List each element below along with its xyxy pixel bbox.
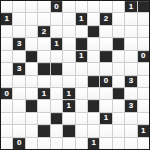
cell-r7-c8[interactable] — [100, 88, 111, 99]
cell-r1-c10[interactable] — [125, 13, 136, 24]
cell-r5-c2[interactable] — [26, 63, 37, 74]
cell-r10-c6[interactable] — [76, 125, 87, 136]
cell-r0-c1[interactable] — [13, 1, 24, 12]
cell-r0-c0[interactable] — [1, 1, 12, 12]
cell-r7-c3[interactable]: 1 — [38, 88, 49, 99]
cell-r4-c8[interactable] — [100, 51, 111, 62]
cell-r3-c9[interactable] — [113, 38, 124, 49]
cell-r11-c7[interactable]: 1 — [88, 138, 99, 149]
cell-r10-c10[interactable] — [125, 125, 136, 136]
cell-r11-c3[interactable] — [38, 138, 49, 149]
cell-r4-c2[interactable] — [26, 51, 37, 62]
cell-r3-c7[interactable] — [88, 38, 99, 49]
cell-r5-c11[interactable] — [138, 63, 149, 74]
cell-r6-c8[interactable]: 0 — [100, 76, 111, 87]
clue-digit: 2 — [42, 28, 46, 36]
cell-r6-c10[interactable]: 3 — [125, 76, 136, 87]
cell-r8-c6[interactable] — [76, 100, 87, 111]
cell-r10-c3[interactable] — [38, 125, 49, 136]
cell-r3-c10[interactable] — [125, 38, 136, 49]
cell-r4-c6[interactable]: 1 — [76, 51, 87, 62]
cell-r6-c0[interactable] — [1, 76, 12, 87]
cell-r7-c11[interactable] — [138, 88, 149, 99]
cell-r1-c4[interactable] — [51, 13, 62, 24]
cell-r9-c2[interactable] — [26, 113, 37, 124]
cell-r0-c6[interactable] — [76, 1, 87, 12]
cell-r3-c6[interactable] — [76, 38, 87, 49]
cell-r7-c5[interactable]: 1 — [63, 88, 74, 99]
cell-r5-c1[interactable]: 3 — [13, 63, 24, 74]
cell-r11-c8[interactable] — [100, 138, 111, 149]
cell-r2-c5[interactable] — [63, 26, 74, 37]
cell-r5-c7[interactable] — [88, 63, 99, 74]
cell-r1-c7[interactable] — [88, 13, 99, 24]
cell-r6-c7[interactable] — [88, 76, 99, 87]
cell-r6-c4[interactable] — [51, 76, 62, 87]
cell-r1-c1[interactable] — [13, 13, 24, 24]
cell-r0-c10[interactable]: 1 — [125, 1, 136, 12]
cell-r8-c7[interactable] — [88, 100, 99, 111]
cell-r8-c8[interactable] — [100, 100, 111, 111]
cell-r6-c1[interactable] — [13, 76, 24, 87]
cell-r8-c2[interactable] — [26, 100, 37, 111]
cell-r8-c0[interactable] — [1, 100, 12, 111]
cell-r6-c6[interactable] — [76, 76, 87, 87]
cell-r5-c10[interactable] — [125, 63, 136, 74]
clue-digit: 0 — [54, 3, 58, 11]
clue-digit: 0 — [4, 90, 8, 98]
cell-r1-c3[interactable] — [38, 13, 49, 24]
clue-digit: 3 — [129, 102, 133, 110]
cell-r2-c7[interactable] — [88, 26, 99, 37]
cell-r0-c9[interactable] — [113, 1, 124, 12]
clue-digit: 1 — [141, 127, 145, 135]
cell-r7-c4[interactable] — [51, 88, 62, 99]
cell-r5-c0[interactable] — [1, 63, 12, 74]
cell-r7-c6[interactable] — [76, 88, 87, 99]
cell-r11-c6[interactable] — [76, 138, 87, 149]
cell-r9-c8[interactable]: 1 — [100, 113, 111, 124]
clue-digit: 0 — [104, 77, 108, 85]
cell-r0-c3[interactable] — [38, 1, 49, 12]
cell-r7-c7[interactable] — [88, 88, 99, 99]
cell-r1-c11[interactable] — [138, 13, 149, 24]
cell-r2-c3[interactable]: 2 — [38, 26, 49, 37]
clue-digit: 3 — [17, 65, 21, 73]
cell-r7-c1[interactable] — [13, 88, 24, 99]
cell-r9-c3[interactable] — [38, 113, 49, 124]
cell-r9-c1[interactable] — [13, 113, 24, 124]
cell-r1-c0[interactable]: 1 — [1, 13, 12, 24]
cell-r10-c1[interactable] — [13, 125, 24, 136]
cell-r1-c5[interactable] — [63, 13, 74, 24]
cell-r4-c1[interactable] — [13, 51, 24, 62]
cell-r11-c11[interactable] — [138, 138, 149, 149]
cell-r5-c8[interactable] — [100, 63, 111, 74]
cell-r6-c2[interactable] — [26, 76, 37, 87]
cell-r2-c4[interactable] — [51, 26, 62, 37]
cell-r10-c8[interactable] — [100, 125, 111, 136]
clue-digit: 1 — [129, 3, 133, 11]
cell-r7-c9[interactable] — [113, 88, 124, 99]
cell-r5-c9[interactable] — [113, 63, 124, 74]
cell-r9-c4[interactable] — [51, 113, 62, 124]
cell-r2-c1[interactable] — [13, 26, 24, 37]
cell-r5-c4[interactable] — [51, 63, 62, 74]
cell-r10-c9[interactable] — [113, 125, 124, 136]
clue-digit: 2 — [104, 15, 108, 23]
cell-r11-c10[interactable] — [125, 138, 136, 149]
cell-r10-c7[interactable] — [88, 125, 99, 136]
cell-r11-c2[interactable] — [26, 138, 37, 149]
cell-r10-c4[interactable] — [51, 125, 62, 136]
clue-digit: 1 — [91, 139, 95, 147]
clue-digit: 1 — [42, 90, 46, 98]
cell-r7-c10[interactable] — [125, 88, 136, 99]
cell-r10-c5[interactable] — [63, 125, 74, 136]
cell-r8-c1[interactable] — [13, 100, 24, 111]
cell-r0-c8[interactable] — [100, 1, 111, 12]
cell-r10-c11[interactable]: 1 — [138, 125, 149, 136]
cell-r9-c10[interactable] — [125, 113, 136, 124]
cell-r2-c2[interactable] — [26, 26, 37, 37]
cell-r4-c7[interactable] — [88, 51, 99, 62]
cell-r3-c1[interactable]: 3 — [13, 38, 24, 49]
cell-r1-c6[interactable]: 1 — [76, 13, 87, 24]
cell-r2-c11[interactable] — [138, 26, 149, 37]
cell-r3-c8[interactable] — [100, 38, 111, 49]
cell-r9-c11[interactable] — [138, 113, 149, 124]
cell-r0-c11[interactable] — [138, 1, 149, 12]
cell-r9-c9[interactable] — [113, 113, 124, 124]
cell-r6-c3[interactable] — [38, 76, 49, 87]
cell-r11-c1[interactable]: 0 — [13, 138, 24, 149]
cell-r2-c9[interactable] — [113, 26, 124, 37]
cell-r2-c10[interactable] — [125, 26, 136, 37]
puzzle-board: 0111223110303011131101 — [0, 0, 150, 150]
cell-r0-c2[interactable] — [26, 1, 37, 12]
cell-r6-c11[interactable] — [138, 76, 149, 87]
cell-r8-c11[interactable] — [138, 100, 149, 111]
cell-r6-c5[interactable] — [63, 76, 74, 87]
cell-r1-c2[interactable] — [26, 13, 37, 24]
cell-r2-c8[interactable] — [100, 26, 111, 37]
clue-digit: 1 — [104, 114, 108, 122]
cell-r8-c3[interactable] — [38, 100, 49, 111]
cell-r4-c10[interactable] — [125, 51, 136, 62]
cell-r3-c3[interactable] — [38, 38, 49, 49]
cell-r9-c6[interactable] — [76, 113, 87, 124]
clue-digit: 3 — [17, 40, 21, 48]
cell-r0-c7[interactable] — [88, 1, 99, 12]
clue-digit: 1 — [79, 15, 83, 23]
cell-r2-c6[interactable] — [76, 26, 87, 37]
cell-r3-c11[interactable] — [138, 38, 149, 49]
cell-r5-c5[interactable] — [63, 63, 74, 74]
cell-r10-c0[interactable] — [1, 125, 12, 136]
cell-r0-c4[interactable]: 0 — [51, 1, 62, 12]
clue-digit: 1 — [79, 52, 83, 60]
clue-digit: 0 — [141, 52, 145, 60]
cell-r9-c0[interactable] — [1, 113, 12, 124]
cell-r4-c5[interactable] — [63, 51, 74, 62]
cell-r8-c4[interactable] — [51, 100, 62, 111]
clue-digit: 1 — [67, 90, 71, 98]
cell-r11-c4[interactable] — [51, 138, 62, 149]
clue-digit: 1 — [54, 40, 58, 48]
cell-r11-c0[interactable] — [1, 138, 12, 149]
cell-r9-c5[interactable] — [63, 113, 74, 124]
cell-r4-c3[interactable] — [38, 51, 49, 62]
cell-r10-c2[interactable] — [26, 125, 37, 136]
cell-r7-c2[interactable] — [26, 88, 37, 99]
cell-r11-c5[interactable] — [63, 138, 74, 149]
cell-r4-c0[interactable] — [1, 51, 12, 62]
cell-r5-c3[interactable] — [38, 63, 49, 74]
cell-r1-c9[interactable] — [113, 13, 124, 24]
clue-digit: 1 — [4, 15, 8, 23]
cell-r3-c4[interactable]: 1 — [51, 38, 62, 49]
cell-r8-c5[interactable]: 1 — [63, 100, 74, 111]
cell-r3-c0[interactable] — [1, 38, 12, 49]
cell-r3-c2[interactable] — [26, 38, 37, 49]
cell-r3-c5[interactable] — [63, 38, 74, 49]
cell-r4-c4[interactable] — [51, 51, 62, 62]
cell-r8-c10[interactable]: 3 — [125, 100, 136, 111]
cell-r6-c9[interactable] — [113, 76, 124, 87]
clue-digit: 1 — [67, 102, 71, 110]
cell-r8-c9[interactable] — [113, 100, 124, 111]
clue-digit: 3 — [129, 77, 133, 85]
cell-r7-c0[interactable]: 0 — [1, 88, 12, 99]
cell-r4-c9[interactable] — [113, 51, 124, 62]
cell-r9-c7[interactable] — [88, 113, 99, 124]
cell-r5-c6[interactable] — [76, 63, 87, 74]
cell-r0-c5[interactable] — [63, 1, 74, 12]
cell-r2-c0[interactable] — [1, 26, 12, 37]
cell-r11-c9[interactable] — [113, 138, 124, 149]
cell-r4-c11[interactable]: 0 — [138, 51, 149, 62]
clue-digit: 0 — [17, 139, 21, 147]
cell-r1-c8[interactable]: 2 — [100, 13, 111, 24]
